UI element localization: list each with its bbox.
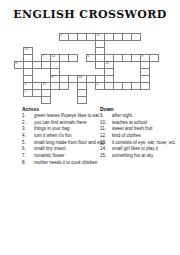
clue-item: 11.sweet and fresh fruit: [100, 126, 178, 133]
cell-number: 15: [43, 83, 46, 86]
cell-number: 14: [79, 76, 82, 79]
cell-number: 11: [97, 34, 100, 37]
clue-number: 9.: [100, 113, 109, 120]
clue-number: 13.: [100, 140, 109, 147]
crossword-grid: 111107125961381431542: [14, 33, 160, 105]
crossword-cell[interactable]: [68, 54, 78, 62]
clue-text: you can find animals there: [34, 120, 87, 127]
cell-number: 7: [43, 55, 45, 58]
clue-item: 15.something hot at sky: [100, 153, 178, 160]
clue-number: 3.: [22, 126, 31, 133]
crossword-worksheet: { "title": "ENGLISH CROSSWORD", "game": …: [0, 0, 180, 255]
clue-text: green leaves Popeye likes to eat: [34, 113, 99, 120]
clue-text: after night: [112, 113, 132, 120]
crossword-cell[interactable]: [77, 96, 87, 104]
clue-text: it consists of eye, ear, nose, etc.: [112, 140, 176, 147]
down-header: Down: [100, 106, 178, 113]
across-clues-section: Across 1.green leaves Popeye likes to ea…: [22, 106, 98, 167]
cell-number: 3: [25, 83, 27, 86]
crossword-cell[interactable]: [149, 54, 159, 62]
cell-number: 8: [52, 76, 54, 79]
clue-item: 2.you can find animals there: [22, 120, 98, 127]
clue-text: teaches at school: [112, 120, 147, 127]
clue-item: 13.it consists of eye, ear, nose, etc.: [100, 140, 178, 147]
clue-number: 10.: [100, 120, 109, 127]
crossword-cell[interactable]: [140, 82, 150, 90]
clue-item: 3.things in your bag: [22, 126, 98, 133]
cell-number: 4: [97, 83, 99, 86]
down-clues-section: Down 9.after night10.teaches at school11…: [100, 106, 178, 160]
cell-number: 10: [25, 48, 28, 51]
clue-item: 6.small tiny insect: [22, 146, 98, 153]
clue-number: 2.: [22, 120, 31, 127]
cell-number: 12: [52, 55, 55, 58]
clue-item: 9.after night: [100, 113, 178, 120]
clue-item: 14.small girl likes to play it: [100, 146, 178, 153]
clue-number: 11.: [100, 126, 109, 133]
clue-number: 14.: [100, 146, 109, 153]
clue-number: 15.: [100, 153, 109, 160]
clue-number: 6.: [22, 146, 31, 153]
cell-number: 9: [142, 55, 144, 58]
clue-item: 1.green leaves Popeye likes to eat: [22, 113, 98, 120]
clue-text: sweet and fresh fruit: [112, 126, 153, 133]
clue-number: 5.: [22, 140, 31, 147]
crossword-cell[interactable]: [41, 96, 51, 104]
clue-text: something hot at sky: [112, 153, 153, 160]
clue-text: kind of clothes: [112, 133, 141, 140]
across-header: Across: [22, 106, 98, 113]
clue-item: 8.mother needs it to cook chicken: [22, 160, 98, 167]
clue-item: 7.romantic flower: [22, 153, 98, 160]
clue-item: 5.small long made from flour and egg: [22, 140, 98, 147]
clue-text: turn it when it's hot: [34, 133, 71, 140]
cell-number: 13: [106, 62, 109, 65]
clue-number: 1.: [22, 113, 31, 120]
crossword-cell[interactable]: [131, 33, 141, 41]
clue-text: small tiny insect: [34, 146, 66, 153]
clue-text: things in your bag: [34, 126, 70, 133]
clue-text: small girl likes to play it: [112, 146, 158, 153]
cell-number: 1: [61, 34, 63, 37]
page-title: ENGLISH CROSSWORD: [0, 8, 180, 21]
clue-item: 12.kind of clothes: [100, 133, 178, 140]
clue-text: mother needs it to cook chicken: [34, 160, 97, 167]
clue-number: 7.: [22, 153, 31, 160]
clue-text: small long made from flour and egg: [34, 140, 105, 147]
crossword-cell[interactable]: [59, 82, 69, 90]
clue-item: 10.teaches at school: [100, 120, 178, 127]
cell-number: 5: [88, 55, 90, 58]
clue-number: 4.: [22, 133, 31, 140]
clue-item: 4.turn it when it's hot: [22, 133, 98, 140]
clue-number: 8.: [22, 160, 31, 167]
cell-number: 2: [25, 90, 27, 93]
clue-text: romantic flower: [34, 153, 65, 160]
clue-number: 12.: [100, 133, 109, 140]
cell-number: 6: [16, 62, 18, 65]
